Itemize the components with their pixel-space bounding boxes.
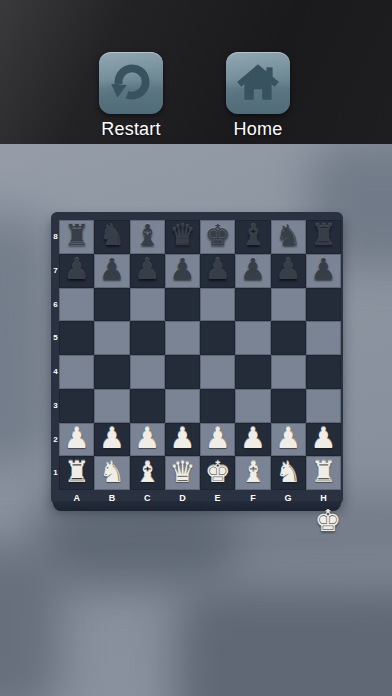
piece-black-king: ♚ (205, 221, 231, 250)
piece-white-knight: ♞ (275, 458, 301, 487)
square-c4[interactable] (130, 355, 165, 389)
piece-white-pawn: ♟ (64, 424, 90, 453)
piece-black-bishop: ♝ (240, 221, 266, 250)
square-h5[interactable] (306, 321, 341, 355)
square-a8[interactable]: ♜ (59, 220, 94, 254)
square-f6[interactable] (235, 288, 270, 322)
piece-black-pawn: ♟ (310, 255, 336, 284)
file-label-g: G (271, 491, 306, 505)
piece-black-knight: ♞ (275, 221, 301, 250)
square-a7[interactable]: ♟ (59, 254, 94, 288)
restart-button-label[interactable]: Restart (76, 119, 186, 140)
square-b8[interactable]: ♞ (94, 220, 129, 254)
piece-black-pawn: ♟ (169, 255, 195, 284)
square-c3[interactable] (130, 389, 165, 423)
square-d7[interactable]: ♟ (165, 254, 200, 288)
chess-board: 87654321 ♜♞♝♛♚♝♞♜♟♟♟♟♟♟♟♟♟♟♟♟♟♟♟♟♜♞♝♛♚♝♞… (51, 212, 343, 505)
square-f5[interactable] (235, 321, 270, 355)
square-g2[interactable]: ♟ (271, 423, 306, 457)
piece-white-queen: ♛ (169, 458, 195, 487)
piece-white-pawn: ♟ (205, 424, 231, 453)
square-a1[interactable]: ♜ (59, 456, 94, 490)
piece-black-pawn: ♟ (64, 255, 90, 284)
square-b7[interactable]: ♟ (94, 254, 129, 288)
file-label-d: D (165, 491, 200, 505)
piece-black-pawn: ♟ (240, 255, 266, 284)
square-e2[interactable]: ♟ (200, 423, 235, 457)
file-label-c: C (130, 491, 165, 505)
piece-black-queen: ♛ (169, 221, 195, 250)
piece-black-rook: ♜ (310, 221, 336, 250)
square-c5[interactable] (130, 321, 165, 355)
square-a6[interactable] (59, 288, 94, 322)
square-a4[interactable] (59, 355, 94, 389)
piece-black-pawn: ♟ (99, 255, 125, 284)
background-blur-shape (175, 585, 392, 696)
piece-black-bishop: ♝ (134, 221, 160, 250)
square-e6[interactable] (200, 288, 235, 322)
restart-circular-arrow-icon (108, 60, 154, 106)
piece-white-rook: ♜ (64, 458, 90, 487)
square-b4[interactable] (94, 355, 129, 389)
piece-black-knight: ♞ (99, 221, 125, 250)
board-squares: ♜♞♝♛♚♝♞♜♟♟♟♟♟♟♟♟♟♟♟♟♟♟♟♟♜♞♝♛♚♝♞♜ (59, 220, 341, 490)
piece-white-king: ♚ (205, 458, 231, 487)
piece-white-bishop: ♝ (134, 458, 160, 487)
home-house-icon (235, 60, 281, 106)
square-c7[interactable]: ♟ (130, 254, 165, 288)
square-d6[interactable] (165, 288, 200, 322)
file-label-b: B (94, 491, 129, 505)
square-b3[interactable] (94, 389, 129, 423)
square-h7[interactable]: ♟ (306, 254, 341, 288)
square-h4[interactable] (306, 355, 341, 389)
turn-indicator-white-king-icon: ♚ (309, 503, 347, 539)
square-e7[interactable]: ♟ (200, 254, 235, 288)
square-e5[interactable] (200, 321, 235, 355)
chess-app-screen: Restart Home 87654321 ♜♞♝♛♚♝♞♜♟♟♟♟♟♟♟♟♟♟… (0, 0, 392, 696)
top-toolbar: Restart Home (0, 0, 392, 144)
piece-black-rook: ♜ (64, 221, 90, 250)
square-c6[interactable] (130, 288, 165, 322)
piece-black-pawn: ♟ (205, 255, 231, 284)
file-label-f: F (235, 491, 270, 505)
piece-white-pawn: ♟ (169, 424, 195, 453)
square-f2[interactable]: ♟ (235, 423, 270, 457)
square-b5[interactable] (94, 321, 129, 355)
home-button[interactable] (226, 52, 290, 114)
background-blur-shape (0, 545, 60, 696)
file-labels: ABCDEFGH (59, 491, 341, 505)
square-g6[interactable] (271, 288, 306, 322)
square-d8[interactable]: ♛ (165, 220, 200, 254)
square-f3[interactable] (235, 389, 270, 423)
square-c1[interactable]: ♝ (130, 456, 165, 490)
home-button-label[interactable]: Home (203, 119, 313, 140)
file-label-e: E (200, 491, 235, 505)
square-h1[interactable]: ♜ (306, 456, 341, 490)
rank-labels: 87654321 (51, 220, 59, 490)
square-h2[interactable]: ♟ (306, 423, 341, 457)
square-b6[interactable] (94, 288, 129, 322)
background-blur-shape (0, 215, 55, 465)
square-h8[interactable]: ♜ (306, 220, 341, 254)
square-g4[interactable] (271, 355, 306, 389)
square-f4[interactable] (235, 355, 270, 389)
square-e1[interactable]: ♚ (200, 456, 235, 490)
square-d4[interactable] (165, 355, 200, 389)
square-g7[interactable]: ♟ (271, 254, 306, 288)
square-d3[interactable] (165, 389, 200, 423)
square-d1[interactable]: ♛ (165, 456, 200, 490)
square-e3[interactable] (200, 389, 235, 423)
square-d2[interactable]: ♟ (165, 423, 200, 457)
square-d5[interactable] (165, 321, 200, 355)
square-f8[interactable]: ♝ (235, 220, 270, 254)
square-g1[interactable]: ♞ (271, 456, 306, 490)
piece-white-pawn: ♟ (99, 424, 125, 453)
square-b1[interactable]: ♞ (94, 456, 129, 490)
square-e8[interactable]: ♚ (200, 220, 235, 254)
square-e4[interactable] (200, 355, 235, 389)
square-h3[interactable] (306, 389, 341, 423)
square-a2[interactable]: ♟ (59, 423, 94, 457)
piece-white-knight: ♞ (99, 458, 125, 487)
piece-black-pawn: ♟ (134, 255, 160, 284)
square-c8[interactable]: ♝ (130, 220, 165, 254)
file-label-a: A (59, 491, 94, 505)
square-g5[interactable] (271, 321, 306, 355)
piece-black-pawn: ♟ (275, 255, 301, 284)
piece-white-pawn: ♟ (240, 424, 266, 453)
piece-white-rook: ♜ (310, 458, 336, 487)
piece-white-bishop: ♝ (240, 458, 266, 487)
square-a5[interactable] (59, 321, 94, 355)
square-g8[interactable]: ♞ (271, 220, 306, 254)
square-h6[interactable] (306, 288, 341, 322)
piece-white-pawn: ♟ (310, 424, 336, 453)
square-c2[interactable]: ♟ (130, 423, 165, 457)
square-b2[interactable]: ♟ (94, 423, 129, 457)
square-a3[interactable] (59, 389, 94, 423)
square-f1[interactable]: ♝ (235, 456, 270, 490)
piece-white-pawn: ♟ (275, 424, 301, 453)
square-g3[interactable] (271, 389, 306, 423)
restart-button[interactable] (99, 52, 163, 114)
square-f7[interactable]: ♟ (235, 254, 270, 288)
piece-white-pawn: ♟ (134, 424, 160, 453)
